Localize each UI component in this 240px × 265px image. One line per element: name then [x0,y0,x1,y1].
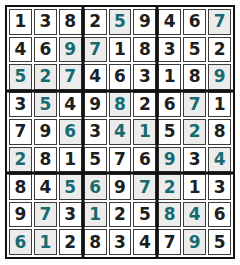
cell-r9c9[interactable]: 5 [208,229,231,255]
cell-r1c5[interactable]: 5 [109,9,132,35]
cell-r1c4[interactable]: 2 [84,9,107,35]
cell-r6c3[interactable]: 1 [59,147,82,173]
cell-r8c5[interactable]: 2 [109,202,132,228]
cell-r2c4[interactable]: 7 [84,37,107,63]
cell-r1c7[interactable]: 4 [158,9,181,35]
cell-r1c8[interactable]: 6 [183,9,206,35]
cell-r2c8[interactable]: 5 [183,37,206,63]
cell-r5c5[interactable]: 4 [109,119,132,145]
cell-r4c2[interactable]: 5 [34,92,57,118]
cell-r3c8[interactable]: 8 [183,64,206,90]
cell-r8c9[interactable]: 6 [208,202,231,228]
cell-r2c9[interactable]: 2 [208,37,231,63]
cell-r8c6[interactable]: 5 [133,202,156,228]
cell-r3c2[interactable]: 2 [34,64,57,90]
cell-r9c2[interactable]: 1 [34,229,57,255]
cell-r3c9[interactable]: 9 [208,64,231,90]
cell-r4c7[interactable]: 6 [158,92,181,118]
cell-r6c5[interactable]: 7 [109,147,132,173]
cell-r8c2[interactable]: 7 [34,202,57,228]
cell-r6c1[interactable]: 2 [9,147,32,173]
cell-r7c9[interactable]: 3 [208,174,231,200]
cell-r3c6[interactable]: 3 [133,64,156,90]
cell-r9c5[interactable]: 3 [109,229,132,255]
cell-r4c6[interactable]: 2 [133,92,156,118]
cell-r2c3[interactable]: 9 [59,37,82,63]
cell-r4c1[interactable]: 3 [9,92,32,118]
cell-r2c2[interactable]: 6 [34,37,57,63]
cell-r6c8[interactable]: 3 [183,147,206,173]
cell-r4c9[interactable]: 1 [208,92,231,118]
cell-r8c4[interactable]: 1 [84,202,107,228]
cell-r1c3[interactable]: 8 [59,9,82,35]
cell-r9c7[interactable]: 7 [158,229,181,255]
cell-r5c8[interactable]: 2 [183,119,206,145]
cell-r7c3[interactable]: 5 [59,174,82,200]
cell-r7c2[interactable]: 4 [34,174,57,200]
cell-r8c3[interactable]: 3 [59,202,82,228]
cell-r5c4[interactable]: 3 [84,119,107,145]
sudoku-grid: 1382594674697183525274631893549826717963… [9,9,231,255]
cell-r2c7[interactable]: 3 [158,37,181,63]
cell-r1c9[interactable]: 7 [208,9,231,35]
cell-r2c6[interactable]: 8 [133,37,156,63]
cell-r1c1[interactable]: 1 [9,9,32,35]
cell-r8c7[interactable]: 8 [158,202,181,228]
cell-r9c6[interactable]: 4 [133,229,156,255]
cell-r4c4[interactable]: 9 [84,92,107,118]
cell-r4c8[interactable]: 7 [183,92,206,118]
cell-r3c4[interactable]: 4 [84,64,107,90]
cell-r7c5[interactable]: 9 [109,174,132,200]
cell-r1c6[interactable]: 9 [133,9,156,35]
cell-r2c1[interactable]: 4 [9,37,32,63]
cell-r3c5[interactable]: 6 [109,64,132,90]
cell-r5c9[interactable]: 8 [208,119,231,145]
cell-r3c1[interactable]: 5 [9,64,32,90]
cell-r5c3[interactable]: 6 [59,119,82,145]
cell-r8c1[interactable]: 9 [9,202,32,228]
cell-r2c5[interactable]: 1 [109,37,132,63]
cell-r7c6[interactable]: 7 [133,174,156,200]
cell-r7c4[interactable]: 6 [84,174,107,200]
cell-r6c6[interactable]: 6 [133,147,156,173]
cell-r7c1[interactable]: 8 [9,174,32,200]
cell-r6c7[interactable]: 9 [158,147,181,173]
cell-r9c1[interactable]: 6 [9,229,32,255]
cell-r7c8[interactable]: 1 [183,174,206,200]
cell-r4c3[interactable]: 4 [59,92,82,118]
cell-r7c7[interactable]: 2 [158,174,181,200]
cell-r9c3[interactable]: 2 [59,229,82,255]
cell-r9c8[interactable]: 9 [183,229,206,255]
cell-r5c6[interactable]: 1 [133,119,156,145]
cell-r3c3[interactable]: 7 [59,64,82,90]
cell-r6c4[interactable]: 5 [84,147,107,173]
cell-r1c2[interactable]: 3 [34,9,57,35]
cell-r8c8[interactable]: 4 [183,202,206,228]
cell-r5c1[interactable]: 7 [9,119,32,145]
sudoku-board: 1382594674697183525274631893549826717963… [5,5,235,259]
cell-r6c9[interactable]: 4 [208,147,231,173]
cell-r9c4[interactable]: 8 [84,229,107,255]
cell-r4c5[interactable]: 8 [109,92,132,118]
cell-r5c7[interactable]: 5 [158,119,181,145]
cell-r3c7[interactable]: 1 [158,64,181,90]
sudoku-screenshot: 1382594674697183525274631893549826717963… [0,0,240,265]
cell-r5c2[interactable]: 9 [34,119,57,145]
cell-r6c2[interactable]: 8 [34,147,57,173]
